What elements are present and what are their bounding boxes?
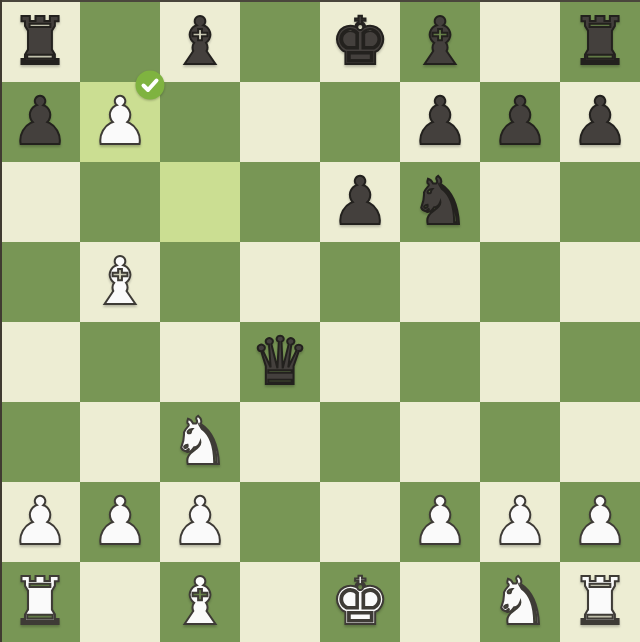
square-a1[interactable]: ♜ bbox=[0, 562, 80, 642]
square-g7[interactable]: ♟ bbox=[480, 82, 560, 162]
piece-white-pawn[interactable]: ♟ bbox=[90, 482, 149, 562]
square-e7[interactable] bbox=[320, 82, 400, 162]
piece-black-knight[interactable]: ♞ bbox=[410, 162, 469, 242]
piece-white-pawn[interactable]: ♟ bbox=[570, 482, 629, 562]
square-h2[interactable]: ♟ bbox=[560, 482, 640, 562]
piece-black-pawn[interactable]: ♟ bbox=[570, 82, 629, 162]
piece-white-pawn[interactable]: ♟ bbox=[490, 482, 549, 562]
square-e5[interactable] bbox=[320, 242, 400, 322]
square-d8[interactable] bbox=[240, 2, 320, 82]
correct-move-badge bbox=[135, 70, 165, 100]
square-f8[interactable]: ♝ bbox=[400, 2, 480, 82]
piece-black-rook[interactable]: ♜ bbox=[570, 2, 629, 82]
square-g4[interactable] bbox=[480, 322, 560, 402]
square-d4[interactable]: ♛ bbox=[240, 322, 320, 402]
square-c1[interactable]: ♝ bbox=[160, 562, 240, 642]
square-a7[interactable]: ♟ bbox=[0, 82, 80, 162]
piece-black-bishop[interactable]: ♝ bbox=[170, 2, 229, 82]
piece-black-pawn[interactable]: ♟ bbox=[410, 82, 469, 162]
piece-white-pawn[interactable]: ♟ bbox=[10, 482, 69, 562]
square-b4[interactable] bbox=[80, 322, 160, 402]
square-f3[interactable] bbox=[400, 402, 480, 482]
square-h7[interactable]: ♟ bbox=[560, 82, 640, 162]
piece-white-bishop[interactable]: ♝ bbox=[90, 242, 149, 322]
square-b5[interactable]: ♝ bbox=[80, 242, 160, 322]
square-e3[interactable] bbox=[320, 402, 400, 482]
piece-black-king[interactable]: ♚ bbox=[330, 2, 389, 82]
piece-white-knight[interactable]: ♞ bbox=[490, 562, 549, 642]
piece-black-pawn[interactable]: ♟ bbox=[490, 82, 549, 162]
square-h6[interactable] bbox=[560, 162, 640, 242]
piece-black-pawn[interactable]: ♟ bbox=[330, 162, 389, 242]
square-c4[interactable] bbox=[160, 322, 240, 402]
square-g8[interactable] bbox=[480, 2, 560, 82]
piece-white-knight[interactable]: ♞ bbox=[170, 402, 229, 482]
square-b1[interactable] bbox=[80, 562, 160, 642]
square-c8[interactable]: ♝ bbox=[160, 2, 240, 82]
square-e4[interactable] bbox=[320, 322, 400, 402]
square-c6[interactable] bbox=[160, 162, 240, 242]
checkmark-icon bbox=[135, 70, 165, 100]
square-a4[interactable] bbox=[0, 322, 80, 402]
square-c3[interactable]: ♞ bbox=[160, 402, 240, 482]
chess-board: ♜♝♚♝♜♟♟♟♟♟♟♞♝♛♞♟♟♟♟♟♟♜♝♚♞♜ bbox=[0, 2, 640, 642]
square-a2[interactable]: ♟ bbox=[0, 482, 80, 562]
square-a3[interactable] bbox=[0, 402, 80, 482]
square-f6[interactable]: ♞ bbox=[400, 162, 480, 242]
piece-white-king[interactable]: ♚ bbox=[330, 562, 389, 642]
square-e1[interactable]: ♚ bbox=[320, 562, 400, 642]
square-f2[interactable]: ♟ bbox=[400, 482, 480, 562]
square-c5[interactable] bbox=[160, 242, 240, 322]
square-h5[interactable] bbox=[560, 242, 640, 322]
square-g3[interactable] bbox=[480, 402, 560, 482]
square-g2[interactable]: ♟ bbox=[480, 482, 560, 562]
square-d3[interactable] bbox=[240, 402, 320, 482]
square-f7[interactable]: ♟ bbox=[400, 82, 480, 162]
square-g6[interactable] bbox=[480, 162, 560, 242]
square-h8[interactable]: ♜ bbox=[560, 2, 640, 82]
square-f1[interactable] bbox=[400, 562, 480, 642]
square-d6[interactable] bbox=[240, 162, 320, 242]
square-e2[interactable] bbox=[320, 482, 400, 562]
square-a8[interactable]: ♜ bbox=[0, 2, 80, 82]
square-d2[interactable] bbox=[240, 482, 320, 562]
piece-white-rook[interactable]: ♜ bbox=[10, 562, 69, 642]
piece-black-bishop[interactable]: ♝ bbox=[410, 2, 469, 82]
square-f4[interactable] bbox=[400, 322, 480, 402]
square-d7[interactable] bbox=[240, 82, 320, 162]
square-h4[interactable] bbox=[560, 322, 640, 402]
square-g5[interactable] bbox=[480, 242, 560, 322]
square-b6[interactable] bbox=[80, 162, 160, 242]
piece-black-pawn[interactable]: ♟ bbox=[10, 82, 69, 162]
square-c7[interactable] bbox=[160, 82, 240, 162]
piece-white-bishop[interactable]: ♝ bbox=[170, 562, 229, 642]
square-b2[interactable]: ♟ bbox=[80, 482, 160, 562]
piece-black-rook[interactable]: ♜ bbox=[10, 2, 69, 82]
square-c2[interactable]: ♟ bbox=[160, 482, 240, 562]
piece-black-queen[interactable]: ♛ bbox=[250, 322, 309, 402]
square-a5[interactable] bbox=[0, 242, 80, 322]
window-top-edge bbox=[0, 0, 640, 2]
square-d5[interactable] bbox=[240, 242, 320, 322]
square-h3[interactable] bbox=[560, 402, 640, 482]
piece-white-pawn[interactable]: ♟ bbox=[410, 482, 469, 562]
piece-white-pawn[interactable]: ♟ bbox=[170, 482, 229, 562]
piece-white-rook[interactable]: ♜ bbox=[570, 562, 629, 642]
square-h1[interactable]: ♜ bbox=[560, 562, 640, 642]
window-left-edge bbox=[0, 0, 2, 642]
board-area: ♜♝♚♝♜♟♟♟♟♟♟♞♝♛♞♟♟♟♟♟♟♜♝♚♞♜ bbox=[0, 2, 640, 642]
square-a6[interactable] bbox=[0, 162, 80, 242]
square-e6[interactable]: ♟ bbox=[320, 162, 400, 242]
square-e8[interactable]: ♚ bbox=[320, 2, 400, 82]
square-b3[interactable] bbox=[80, 402, 160, 482]
square-f5[interactable] bbox=[400, 242, 480, 322]
square-g1[interactable]: ♞ bbox=[480, 562, 560, 642]
square-d1[interactable] bbox=[240, 562, 320, 642]
